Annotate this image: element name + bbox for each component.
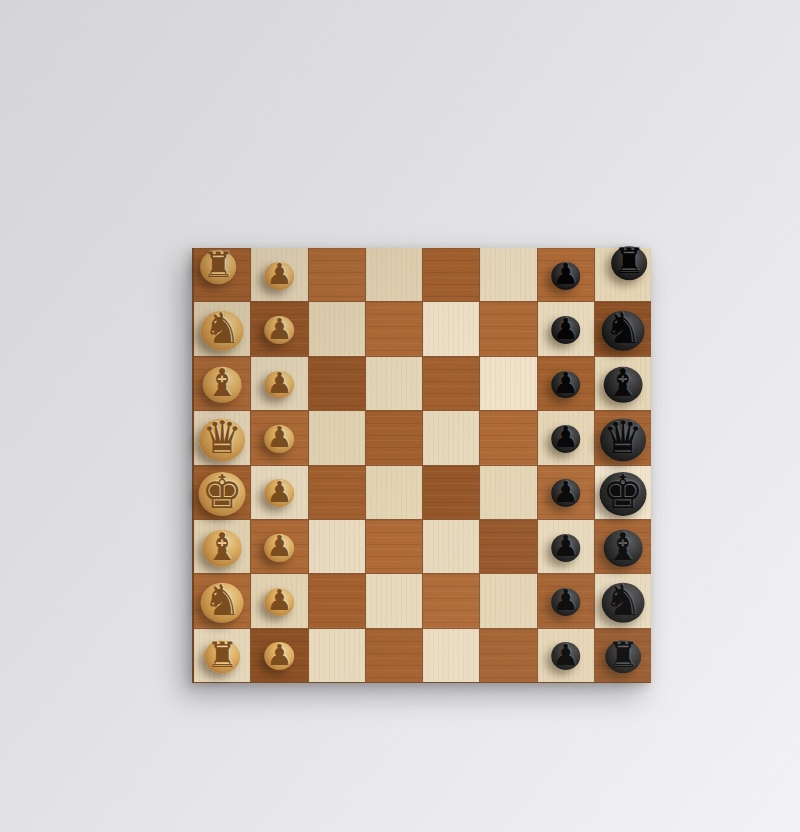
square-c7: ♟ [538, 357, 594, 410]
square-d8: ♛ [595, 411, 651, 464]
piece-white-bishop-f1: ♝ [205, 528, 239, 566]
piece-black-bishop-c8: ♝ [606, 364, 640, 402]
square-c1: ♝ [194, 357, 250, 410]
square-h4 [366, 629, 422, 682]
piece-white-pawn-d2: ♟ [266, 423, 292, 452]
square-e7: ♟ [538, 466, 594, 519]
square-e4 [366, 466, 422, 519]
square-h1: ♜ [194, 629, 250, 682]
square-h3 [309, 629, 365, 682]
square-f7: ♟ [538, 520, 594, 573]
square-d3 [309, 411, 365, 464]
piece-black-rook-h8: ♜ [607, 638, 638, 673]
square-g7: ♟ [538, 574, 594, 627]
square-e3 [309, 466, 365, 519]
square-g2: ♟ [251, 574, 307, 627]
piece-white-knight-g1: ♞ [203, 580, 241, 622]
square-a8: ♜ [595, 248, 651, 301]
square-a7: ♟ [538, 248, 594, 301]
square-b5 [423, 302, 479, 355]
square-f8: ♝ [595, 520, 651, 573]
square-b8: ♞ [595, 302, 651, 355]
square-c5 [423, 357, 479, 410]
square-c3 [309, 357, 365, 410]
square-e1: ♚ [194, 466, 250, 519]
square-h6 [480, 629, 536, 682]
square-b2: ♟ [251, 302, 307, 355]
piece-white-rook-a1: ♜ [202, 248, 233, 283]
square-b6 [480, 302, 536, 355]
square-g3 [309, 574, 365, 627]
piece-black-queen-d8: ♛ [603, 415, 643, 460]
piece-white-pawn-f2: ♟ [266, 532, 292, 561]
square-a6 [480, 248, 536, 301]
piece-white-queen-d1: ♛ [202, 415, 242, 460]
piece-black-pawn-a7: ♟ [553, 260, 579, 289]
square-h7: ♟ [538, 629, 594, 682]
square-e2: ♟ [251, 466, 307, 519]
piece-black-bishop-f8: ♝ [606, 528, 640, 566]
square-a1: ♜ [194, 248, 250, 301]
square-b3 [309, 302, 365, 355]
piece-white-pawn-a2: ♟ [266, 260, 292, 289]
square-g8: ♞ [595, 574, 651, 627]
piece-black-pawn-h7: ♟ [553, 641, 579, 670]
chessboard: ♜♟♟♜♞♟♟♞♝♟♟♝♛♟♟♛♚♟♟♚♝♟♟♝♞♟♟♞♜♟♟♜ [192, 248, 651, 683]
square-h8: ♜ [595, 629, 651, 682]
piece-white-pawn-c2: ♟ [266, 369, 292, 398]
square-e6 [480, 466, 536, 519]
piece-white-rook-h1: ♜ [206, 638, 237, 673]
piece-black-knight-g8: ♞ [604, 580, 642, 622]
square-d2: ♟ [251, 411, 307, 464]
square-d1: ♛ [194, 411, 250, 464]
square-f3 [309, 520, 365, 573]
square-a5 [423, 248, 479, 301]
square-a4 [366, 248, 422, 301]
square-b1: ♞ [194, 302, 250, 355]
square-g5 [423, 574, 479, 627]
square-c8: ♝ [595, 357, 651, 410]
square-d7: ♟ [538, 411, 594, 464]
square-e5 [423, 466, 479, 519]
square-g4 [366, 574, 422, 627]
piece-black-pawn-c7: ♟ [553, 369, 579, 398]
piece-black-king-e8: ♚ [602, 469, 643, 515]
piece-white-knight-b1: ♞ [203, 308, 241, 350]
square-c4 [366, 357, 422, 410]
piece-black-pawn-g7: ♟ [553, 586, 579, 615]
square-g6 [480, 574, 536, 627]
piece-black-pawn-f7: ♟ [553, 532, 579, 561]
square-f2: ♟ [251, 520, 307, 573]
piece-white-pawn-e2: ♟ [266, 478, 292, 507]
square-d4 [366, 411, 422, 464]
square-f6 [480, 520, 536, 573]
square-f5 [423, 520, 479, 573]
square-g1: ♞ [194, 574, 250, 627]
piece-white-bishop-c1: ♝ [205, 364, 239, 402]
piece-black-rook-a8: ♜ [613, 244, 644, 279]
piece-black-pawn-e7: ♟ [553, 478, 579, 507]
square-d6 [480, 411, 536, 464]
square-f4 [366, 520, 422, 573]
square-h2: ♟ [251, 629, 307, 682]
square-h5 [423, 629, 479, 682]
piece-white-pawn-b2: ♟ [266, 315, 292, 344]
square-a3 [309, 248, 365, 301]
photo-scene: ♜♟♟♜♞♟♟♞♝♟♟♝♛♟♟♛♚♟♟♚♝♟♟♝♞♟♟♞♜♟♟♜ [0, 0, 800, 832]
square-a2: ♟ [251, 248, 307, 301]
square-f1: ♝ [194, 520, 250, 573]
square-c2: ♟ [251, 357, 307, 410]
piece-black-pawn-b7: ♟ [553, 315, 579, 344]
piece-white-king-e1: ♚ [202, 469, 243, 515]
piece-white-pawn-g2: ♟ [266, 586, 292, 615]
piece-black-pawn-d7: ♟ [553, 423, 579, 452]
square-d5 [423, 411, 479, 464]
piece-black-knight-b8: ♞ [604, 308, 642, 350]
square-e8: ♚ [595, 466, 651, 519]
square-c6 [480, 357, 536, 410]
piece-white-pawn-h2: ♟ [266, 641, 292, 670]
square-b4 [366, 302, 422, 355]
square-b7: ♟ [538, 302, 594, 355]
